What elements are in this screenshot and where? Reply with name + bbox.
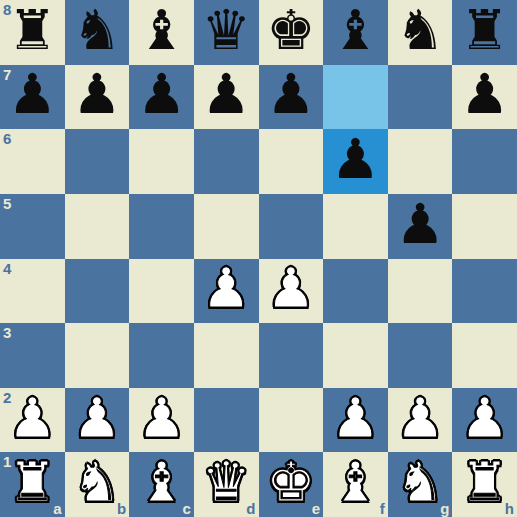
piece-white-pawn[interactable]: ♟: [72, 391, 121, 446]
piece-white-bishop[interactable]: ♝: [331, 455, 380, 510]
square-e3[interactable]: [259, 323, 324, 388]
piece-white-pawn[interactable]: ♟: [331, 391, 380, 446]
piece-black-pawn[interactable]: ♟: [395, 197, 444, 252]
square-h6[interactable]: [452, 129, 517, 194]
square-h8[interactable]: ♜: [452, 0, 517, 65]
square-h3[interactable]: [452, 323, 517, 388]
square-e8[interactable]: ♚: [259, 0, 324, 65]
square-f7[interactable]: [323, 65, 388, 130]
square-f5[interactable]: [323, 194, 388, 259]
piece-black-pawn[interactable]: ♟: [266, 67, 315, 122]
rank-label-4: 4: [3, 261, 11, 276]
square-g7[interactable]: [388, 65, 453, 130]
piece-black-knight[interactable]: ♞: [395, 3, 444, 58]
piece-white-pawn[interactable]: ♟: [266, 261, 315, 316]
square-h1[interactable]: h♜: [452, 452, 517, 517]
square-h4[interactable]: [452, 259, 517, 324]
piece-white-queen[interactable]: ♛: [202, 455, 251, 510]
piece-black-bishop[interactable]: ♝: [137, 3, 186, 58]
square-b6[interactable]: [65, 129, 130, 194]
square-c6[interactable]: [129, 129, 194, 194]
piece-white-pawn[interactable]: ♟: [460, 391, 509, 446]
piece-white-pawn[interactable]: ♟: [202, 261, 251, 316]
piece-white-knight[interactable]: ♞: [72, 455, 121, 510]
rank-label-6: 6: [3, 131, 11, 146]
rank-label-5: 5: [3, 196, 11, 211]
square-f6[interactable]: ♟: [323, 129, 388, 194]
piece-black-bishop[interactable]: ♝: [331, 3, 380, 58]
square-f1[interactable]: f♝: [323, 452, 388, 517]
square-e2[interactable]: [259, 388, 324, 453]
square-a3[interactable]: 3: [0, 323, 65, 388]
square-g5[interactable]: ♟: [388, 194, 453, 259]
square-d1[interactable]: d♛: [194, 452, 259, 517]
piece-black-pawn[interactable]: ♟: [8, 67, 57, 122]
square-h2[interactable]: ♟: [452, 388, 517, 453]
piece-white-knight[interactable]: ♞: [395, 455, 444, 510]
square-b7[interactable]: ♟: [65, 65, 130, 130]
square-e6[interactable]: [259, 129, 324, 194]
square-d7[interactable]: ♟: [194, 65, 259, 130]
square-d3[interactable]: [194, 323, 259, 388]
square-a8[interactable]: 8♜: [0, 0, 65, 65]
square-a4[interactable]: 4: [0, 259, 65, 324]
piece-black-pawn[interactable]: ♟: [202, 67, 251, 122]
square-a7[interactable]: 7♟: [0, 65, 65, 130]
square-c4[interactable]: [129, 259, 194, 324]
piece-black-king[interactable]: ♚: [266, 3, 315, 58]
square-d2[interactable]: [194, 388, 259, 453]
chess-board: 8♜♞♝♛♚♝♞♜7♟♟♟♟♟♟6♟5♟4♟♟32♟♟♟♟♟♟1a♜b♞c♝d♛…: [0, 0, 517, 517]
square-c7[interactable]: ♟: [129, 65, 194, 130]
square-c1[interactable]: c♝: [129, 452, 194, 517]
square-b2[interactable]: ♟: [65, 388, 130, 453]
square-g1[interactable]: g♞: [388, 452, 453, 517]
square-e7[interactable]: ♟: [259, 65, 324, 130]
piece-white-rook[interactable]: ♜: [460, 455, 509, 510]
piece-black-rook[interactable]: ♜: [8, 3, 57, 58]
piece-black-pawn[interactable]: ♟: [72, 67, 121, 122]
square-e4[interactable]: ♟: [259, 259, 324, 324]
piece-white-pawn[interactable]: ♟: [137, 391, 186, 446]
square-d6[interactable]: [194, 129, 259, 194]
square-g4[interactable]: [388, 259, 453, 324]
square-b3[interactable]: [65, 323, 130, 388]
square-a5[interactable]: 5: [0, 194, 65, 259]
square-b8[interactable]: ♞: [65, 0, 130, 65]
piece-black-pawn[interactable]: ♟: [460, 67, 509, 122]
square-e1[interactable]: e♚: [259, 452, 324, 517]
square-a2[interactable]: 2♟: [0, 388, 65, 453]
square-b1[interactable]: b♞: [65, 452, 130, 517]
square-a1[interactable]: 1a♜: [0, 452, 65, 517]
square-g6[interactable]: [388, 129, 453, 194]
piece-white-rook[interactable]: ♜: [8, 455, 57, 510]
square-f4[interactable]: [323, 259, 388, 324]
square-f3[interactable]: [323, 323, 388, 388]
square-d4[interactable]: ♟: [194, 259, 259, 324]
square-d8[interactable]: ♛: [194, 0, 259, 65]
square-f8[interactable]: ♝: [323, 0, 388, 65]
piece-black-pawn[interactable]: ♟: [331, 132, 380, 187]
piece-black-knight[interactable]: ♞: [72, 3, 121, 58]
square-g3[interactable]: [388, 323, 453, 388]
square-c5[interactable]: [129, 194, 194, 259]
piece-black-rook[interactable]: ♜: [460, 3, 509, 58]
piece-white-king[interactable]: ♚: [266, 455, 315, 510]
square-f2[interactable]: ♟: [323, 388, 388, 453]
piece-black-queen[interactable]: ♛: [202, 3, 251, 58]
square-b4[interactable]: [65, 259, 130, 324]
rank-label-3: 3: [3, 325, 11, 340]
square-c3[interactable]: [129, 323, 194, 388]
square-g2[interactable]: ♟: [388, 388, 453, 453]
square-c2[interactable]: ♟: [129, 388, 194, 453]
piece-white-pawn[interactable]: ♟: [395, 391, 444, 446]
square-h7[interactable]: ♟: [452, 65, 517, 130]
file-label-f: f: [380, 501, 385, 516]
square-b5[interactable]: [65, 194, 130, 259]
square-e5[interactable]: [259, 194, 324, 259]
square-c8[interactable]: ♝: [129, 0, 194, 65]
piece-white-pawn[interactable]: ♟: [8, 391, 57, 446]
piece-black-pawn[interactable]: ♟: [137, 67, 186, 122]
square-g8[interactable]: ♞: [388, 0, 453, 65]
piece-white-bishop[interactable]: ♝: [137, 455, 186, 510]
square-d5[interactable]: [194, 194, 259, 259]
square-a6[interactable]: 6: [0, 129, 65, 194]
square-h5[interactable]: [452, 194, 517, 259]
